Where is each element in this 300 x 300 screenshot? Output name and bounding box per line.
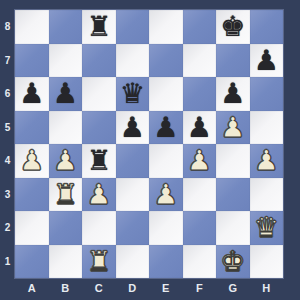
square-g5[interactable]: ♟: [216, 111, 250, 145]
rank-label-2: 2: [0, 211, 15, 245]
white-pawn-a4: ♟: [19, 144, 44, 178]
square-g3[interactable]: [216, 178, 250, 212]
file-label-f: F: [183, 279, 217, 296]
square-f3[interactable]: [183, 178, 217, 212]
black-pawn-e5: ♟: [153, 111, 178, 145]
rank-label-8: 8: [0, 10, 15, 44]
white-pawn-h4: ♟: [254, 144, 279, 178]
square-e8[interactable]: [149, 10, 183, 44]
white-rook-b3: ♜: [53, 178, 78, 212]
square-a2[interactable]: [15, 211, 49, 245]
square-h8[interactable]: [250, 10, 284, 44]
black-pawn-a6: ♟: [19, 77, 44, 111]
square-e5[interactable]: ♟: [149, 111, 183, 145]
file-label-h: H: [250, 279, 284, 296]
square-b3[interactable]: ♜: [49, 178, 83, 212]
square-h1[interactable]: [250, 245, 284, 279]
square-a3[interactable]: [15, 178, 49, 212]
rank-label-3: 3: [0, 178, 15, 212]
white-pawn-f4: ♟: [187, 144, 212, 178]
white-queen-h2: ♛: [254, 211, 279, 245]
square-c2[interactable]: [82, 211, 116, 245]
square-f6[interactable]: [183, 77, 217, 111]
rank-label-7: 7: [0, 44, 15, 78]
square-b8[interactable]: [49, 10, 83, 44]
square-d2[interactable]: [116, 211, 150, 245]
square-d8[interactable]: [116, 10, 150, 44]
square-h3[interactable]: [250, 178, 284, 212]
square-d5[interactable]: ♟: [116, 111, 150, 145]
square-b1[interactable]: [49, 245, 83, 279]
chess-diagram: ♜♚♟♟♟♛♟♟♟♟♟♟♟♜♟♟♜♟♟♛♜♚ 87654321 ABCDEFGH: [0, 0, 300, 300]
white-king-g1: ♚: [220, 245, 245, 279]
square-d7[interactable]: [116, 44, 150, 78]
rank-label-5: 5: [0, 111, 15, 145]
black-pawn-d5: ♟: [120, 111, 145, 145]
square-d4[interactable]: [116, 144, 150, 178]
square-e1[interactable]: [149, 245, 183, 279]
black-pawn-h7: ♟: [254, 44, 279, 78]
square-h4[interactable]: ♟: [250, 144, 284, 178]
square-a6[interactable]: ♟: [15, 77, 49, 111]
square-b5[interactable]: [49, 111, 83, 145]
square-e7[interactable]: [149, 44, 183, 78]
square-a4[interactable]: ♟: [15, 144, 49, 178]
square-a7[interactable]: [15, 44, 49, 78]
square-b7[interactable]: [49, 44, 83, 78]
square-d6[interactable]: ♛: [116, 77, 150, 111]
rank-label-6: 6: [0, 77, 15, 111]
white-pawn-g5: ♟: [220, 111, 245, 145]
square-d3[interactable]: [116, 178, 150, 212]
black-rook-c4: ♜: [86, 144, 111, 178]
black-pawn-b6: ♟: [53, 77, 78, 111]
square-f8[interactable]: [183, 10, 217, 44]
square-f1[interactable]: [183, 245, 217, 279]
square-b2[interactable]: [49, 211, 83, 245]
square-c8[interactable]: ♜: [82, 10, 116, 44]
square-h2[interactable]: ♛: [250, 211, 284, 245]
square-g2[interactable]: [216, 211, 250, 245]
square-c3[interactable]: ♟: [82, 178, 116, 212]
file-label-c: C: [82, 279, 116, 296]
square-b6[interactable]: ♟: [49, 77, 83, 111]
black-king-g8: ♚: [220, 10, 245, 44]
square-g8[interactable]: ♚: [216, 10, 250, 44]
square-c7[interactable]: [82, 44, 116, 78]
square-c4[interactable]: ♜: [82, 144, 116, 178]
black-pawn-g6: ♟: [220, 77, 245, 111]
file-label-e: E: [149, 279, 183, 296]
file-label-g: G: [216, 279, 250, 296]
rank-label-1: 1: [0, 245, 15, 279]
white-pawn-c3: ♟: [86, 178, 111, 212]
square-e6[interactable]: [149, 77, 183, 111]
square-f7[interactable]: [183, 44, 217, 78]
square-h7[interactable]: ♟: [250, 44, 284, 78]
square-a5[interactable]: [15, 111, 49, 145]
square-e2[interactable]: [149, 211, 183, 245]
square-a1[interactable]: [15, 245, 49, 279]
square-f2[interactable]: [183, 211, 217, 245]
white-rook-c1: ♜: [86, 245, 111, 279]
square-e4[interactable]: [149, 144, 183, 178]
file-label-b: B: [49, 279, 83, 296]
white-pawn-e3: ♟: [153, 178, 178, 212]
square-g6[interactable]: ♟: [216, 77, 250, 111]
square-g7[interactable]: [216, 44, 250, 78]
rank-label-4: 4: [0, 144, 15, 178]
black-queen-d6: ♛: [120, 77, 145, 111]
black-pawn-f5: ♟: [187, 111, 212, 145]
square-e3[interactable]: ♟: [149, 178, 183, 212]
square-g4[interactable]: [216, 144, 250, 178]
square-c6[interactable]: [82, 77, 116, 111]
square-f5[interactable]: ♟: [183, 111, 217, 145]
file-label-d: D: [116, 279, 150, 296]
black-rook-c8: ♜: [86, 10, 111, 44]
square-c1[interactable]: ♜: [82, 245, 116, 279]
square-h5[interactable]: [250, 111, 284, 145]
file-label-a: A: [15, 279, 49, 296]
square-h6[interactable]: [250, 77, 284, 111]
square-a8[interactable]: [15, 10, 49, 44]
square-b4[interactable]: ♟: [49, 144, 83, 178]
square-d1[interactable]: [116, 245, 150, 279]
square-f4[interactable]: ♟: [183, 144, 217, 178]
chess-board: ♜♚♟♟♟♛♟♟♟♟♟♟♟♜♟♟♜♟♟♛♜♚: [15, 10, 283, 278]
square-g1[interactable]: ♚: [216, 245, 250, 279]
white-pawn-b4: ♟: [53, 144, 78, 178]
square-c5[interactable]: [82, 111, 116, 145]
